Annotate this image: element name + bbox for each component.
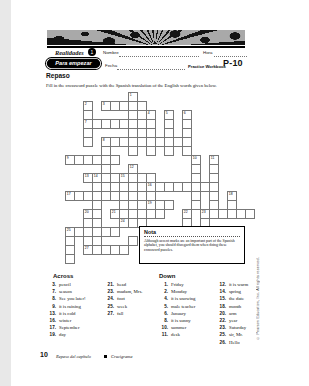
clue-item: 20. arm [215, 312, 273, 317]
clue-number: 25 [67, 228, 71, 232]
clue-item: 14. spring [215, 290, 273, 295]
clue-item: 13. it is cold [45, 312, 103, 317]
workbook-code: P-10 [223, 58, 243, 68]
clue-item: 11. desk [157, 333, 215, 338]
clue-item: 26. Hello [215, 341, 273, 346]
clue-item: 17. September [45, 326, 103, 331]
clue-number: 6 [184, 111, 186, 115]
clue-item: 2. Monday [157, 290, 215, 295]
clue-number: 2 [85, 102, 87, 106]
clue-number: 4 [148, 111, 150, 115]
clue-item: 24. foot [103, 297, 161, 302]
down-clues-col1: 1. Friday2. Monday4. it is snowing5. mal… [157, 283, 215, 341]
clue-item: 25. sir, Mr. [215, 333, 273, 338]
clue-number: 27 [85, 246, 89, 250]
clue-number: 21 [112, 210, 116, 214]
footer-section: Crucigrama [111, 354, 132, 359]
clue-number: 17 [67, 192, 71, 196]
clue-item: 6. January [157, 312, 215, 317]
across-header: Across [53, 273, 73, 279]
down-header: Down [159, 273, 175, 279]
clue-item: 8. See you later! [45, 297, 103, 302]
clue-item: 23. madam, Mrs. [103, 290, 161, 295]
hora-label: Hora [203, 50, 213, 55]
footer-square-icon [104, 355, 107, 358]
clue-item: 25. week [103, 305, 161, 310]
clue-item: 19. day [45, 333, 103, 338]
clue-number: 5 [166, 111, 168, 115]
crossword-cell[interactable] [65, 254, 75, 264]
clue-item: 3. pencil [45, 283, 103, 288]
brand-name: Realidades [55, 49, 84, 56]
across-clues-col1: 3. pencil7. season8. See you later!9. it… [45, 283, 103, 341]
clue-number: 12 [130, 165, 134, 169]
clue-item: 10. summer [157, 326, 215, 331]
clue-item: 5. male teacher [157, 305, 215, 310]
nombre-label: Nombre [103, 50, 119, 55]
crossword-cell[interactable] [164, 200, 174, 210]
clue-number: 7 [85, 120, 87, 124]
nota-text: Although accent marks are an important p… [144, 239, 240, 253]
crossword-cell[interactable] [128, 236, 138, 246]
clue-number: 15 [121, 174, 125, 178]
down-clues-col2: 12. it is warm14. spring15. the date18. … [215, 283, 273, 348]
crossword-cell[interactable] [128, 146, 138, 156]
clue-item: 21. head [103, 283, 161, 288]
instruction-text: Fill in the crossword puzzle with the Sp… [46, 83, 271, 88]
crossword-cell[interactable] [155, 209, 165, 219]
brand-logo: Realidades [55, 49, 84, 56]
clue-number: 14 [94, 174, 98, 178]
worksheet-page: Realidades 1 Nombre Hora Para empezar Fe… [11, 0, 309, 386]
decorative-banner-pattern [47, 30, 245, 45]
crossword-cell[interactable] [245, 209, 255, 219]
clue-number: 3 [103, 102, 105, 106]
clue-number: 24 [121, 219, 125, 223]
clue-number: 10 [193, 156, 197, 160]
clue-number: 9 [67, 156, 69, 160]
clue-item: 16. winter [45, 319, 103, 324]
clue-number: 13 [85, 174, 89, 178]
clue-item: 18. month [215, 305, 273, 310]
clue-item: 22. year [215, 319, 273, 324]
nota-box: Nota Although accent marks are an import… [139, 226, 245, 264]
clue-number: 11 [211, 156, 215, 160]
fecha-field[interactable] [117, 63, 185, 70]
clue-item: 12. it is warm [215, 283, 273, 288]
hora-field[interactable] [214, 50, 247, 57]
clue-number: 19 [148, 201, 152, 205]
clue-number: 8 [103, 138, 105, 142]
clue-item: 7. season [45, 290, 103, 295]
footer-chapter: Repaso del capítulo [56, 354, 91, 359]
level-badge: 1 [88, 48, 96, 56]
crossword-cell[interactable] [119, 245, 129, 255]
clue-item: 8. it is sunny [157, 319, 215, 324]
clue-number: 23 [202, 210, 206, 214]
clue-number: 22 [184, 210, 188, 214]
crossword-cell[interactable] [110, 227, 120, 237]
copyright-vertical-text: © Pearson Education, Inc. All rights res… [256, 210, 260, 340]
crossword-cell[interactable] [164, 146, 174, 156]
clue-item: 4. it is snowing [157, 297, 215, 302]
clue-number: 20 [85, 210, 89, 214]
nombre-field[interactable] [119, 50, 199, 57]
page-number: 10 [40, 351, 48, 358]
nota-title: Nota [144, 229, 240, 237]
crossword-cell[interactable] [83, 137, 93, 147]
crossword-cell[interactable] [146, 146, 156, 156]
clue-number: 16 [148, 183, 152, 187]
clue-number: 18 [229, 192, 233, 196]
clue-number: 1 [130, 93, 132, 97]
crossword-cell[interactable] [110, 155, 120, 165]
clue-item: 15. the date [215, 297, 273, 302]
across-clues-col2: 21. head23. madam, Mrs.24. foot25. week2… [103, 283, 161, 319]
clue-item: 9. it is raining [45, 305, 103, 310]
workbook-label: Practice Workbook [188, 64, 226, 69]
clue-item: 1. Friday [157, 283, 215, 288]
clue-item: 27. fall [103, 312, 161, 317]
page-title: Repaso [46, 72, 70, 79]
clue-item: 23. Saturday [215, 326, 273, 331]
fecha-label: Fecha [105, 63, 117, 68]
unit-badge: Para empezar [46, 58, 101, 69]
